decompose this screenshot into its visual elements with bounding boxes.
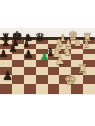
chess-piece-black-pawn: ♟ (0, 49, 8, 59)
chess-piece-white-king: ♚ (64, 72, 77, 86)
chess-piece-white-rook: ♜ (77, 63, 88, 75)
chess-photo: ♜♚♞♛♟♟♝♟♟♟♝♟♟♝♛♜♞♟♟♝♟♞♟♟♜♚ (0, 28, 95, 95)
chess-piece-black-pawn: ♟ (2, 70, 13, 82)
screenshot-page: { "game": "chess", "scene": { "descripti… (0, 0, 95, 126)
pieces-layer: ♜♚♞♛♟♟♝♟♟♟♝♟♟♝♛♜♞♟♟♝♟♞♟♟♜♚ (0, 28, 95, 95)
chess-piece-white-pawn: ♟ (74, 39, 82, 48)
chess-piece-white-bishop: ♝ (82, 39, 91, 49)
chess-piece-black-pawn: ♟ (9, 44, 18, 54)
chess-piece-black-pawn: ♟ (24, 49, 34, 60)
chess-piece-black-queen: ♛ (35, 32, 45, 43)
chess-piece-white-pawn: ♟ (55, 55, 65, 66)
chess-piece-green-marker: ♟ (40, 52, 49, 62)
